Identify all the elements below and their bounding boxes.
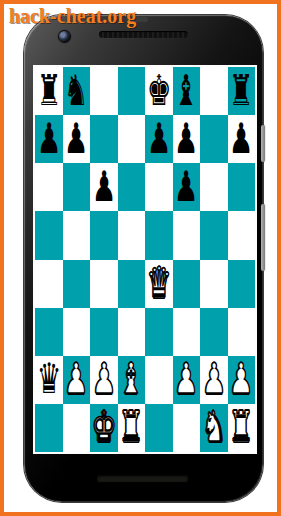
piece-white-queen[interactable]: ♛ bbox=[146, 263, 171, 305]
square-g6[interactable] bbox=[200, 163, 228, 211]
square-h7[interactable]: ♟ bbox=[228, 115, 256, 163]
square-d2[interactable]: ♝ bbox=[118, 356, 146, 404]
square-h2[interactable]: ♟ bbox=[228, 356, 256, 404]
square-b1[interactable] bbox=[63, 404, 91, 452]
piece-black-rook[interactable]: ♜ bbox=[229, 70, 254, 112]
square-e2[interactable] bbox=[145, 356, 173, 404]
piece-black-pawn[interactable]: ♟ bbox=[146, 118, 171, 160]
square-a4[interactable] bbox=[35, 260, 63, 308]
piece-white-king[interactable]: ♚ bbox=[91, 407, 116, 449]
square-e5[interactable] bbox=[145, 211, 173, 259]
power-button bbox=[261, 125, 265, 162]
square-a6[interactable] bbox=[35, 163, 63, 211]
square-d8[interactable] bbox=[118, 67, 146, 115]
square-f2[interactable]: ♟ bbox=[173, 356, 201, 404]
square-f5[interactable] bbox=[173, 211, 201, 259]
square-a3[interactable] bbox=[35, 308, 63, 356]
volume-button bbox=[261, 204, 265, 271]
square-c3[interactable] bbox=[90, 308, 118, 356]
square-b4[interactable] bbox=[63, 260, 91, 308]
piece-white-rook[interactable]: ♜ bbox=[119, 407, 144, 449]
square-c4[interactable] bbox=[90, 260, 118, 308]
piece-black-bishop[interactable]: ♝ bbox=[174, 70, 199, 112]
app-screen: ♜♞♚♝♜♟♟♟♟♟♟♟♛♛♟♟♝♟♟♟♚♜♞♜ bbox=[33, 65, 257, 454]
square-c8[interactable] bbox=[90, 67, 118, 115]
square-d7[interactable] bbox=[118, 115, 146, 163]
square-a7[interactable]: ♟ bbox=[35, 115, 63, 163]
square-c5[interactable] bbox=[90, 211, 118, 259]
square-h5[interactable] bbox=[228, 211, 256, 259]
square-g8[interactable] bbox=[200, 67, 228, 115]
front-camera bbox=[59, 31, 70, 42]
square-b7[interactable]: ♟ bbox=[63, 115, 91, 163]
square-b8[interactable]: ♞ bbox=[63, 67, 91, 115]
square-c1[interactable]: ♚ bbox=[90, 404, 118, 452]
piece-black-pawn[interactable]: ♟ bbox=[229, 118, 254, 160]
square-e1[interactable] bbox=[145, 404, 173, 452]
piece-white-pawn[interactable]: ♟ bbox=[91, 359, 116, 401]
square-h3[interactable] bbox=[228, 308, 256, 356]
square-b3[interactable] bbox=[63, 308, 91, 356]
piece-white-pawn[interactable]: ♟ bbox=[64, 359, 89, 401]
square-h8[interactable]: ♜ bbox=[228, 67, 256, 115]
square-b2[interactable]: ♟ bbox=[63, 356, 91, 404]
bottom-speaker bbox=[97, 475, 188, 482]
square-a2[interactable]: ♛ bbox=[35, 356, 63, 404]
square-f8[interactable]: ♝ bbox=[173, 67, 201, 115]
piece-black-pawn[interactable]: ♟ bbox=[36, 118, 61, 160]
square-g2[interactable]: ♟ bbox=[200, 356, 228, 404]
piece-black-king[interactable]: ♚ bbox=[146, 70, 171, 112]
square-c2[interactable]: ♟ bbox=[90, 356, 118, 404]
square-d3[interactable] bbox=[118, 308, 146, 356]
piece-white-pawn[interactable]: ♟ bbox=[174, 359, 199, 401]
square-c7[interactable] bbox=[90, 115, 118, 163]
phone-frame: ♜♞♚♝♜♟♟♟♟♟♟♟♛♛♟♟♝♟♟♟♚♜♞♜ bbox=[24, 15, 263, 502]
square-f1[interactable] bbox=[173, 404, 201, 452]
square-c6[interactable]: ♟ bbox=[90, 163, 118, 211]
square-f7[interactable]: ♟ bbox=[173, 115, 201, 163]
square-f3[interactable] bbox=[173, 308, 201, 356]
piece-black-pawn[interactable]: ♟ bbox=[174, 166, 199, 208]
square-h4[interactable] bbox=[228, 260, 256, 308]
piece-white-bishop[interactable]: ♝ bbox=[119, 359, 144, 401]
square-f4[interactable] bbox=[173, 260, 201, 308]
piece-black-pawn[interactable]: ♟ bbox=[91, 166, 116, 208]
piece-black-queen[interactable]: ♛ bbox=[36, 359, 61, 401]
piece-white-pawn[interactable]: ♟ bbox=[201, 359, 226, 401]
piece-black-pawn[interactable]: ♟ bbox=[64, 118, 89, 160]
square-h6[interactable] bbox=[228, 163, 256, 211]
square-e3[interactable] bbox=[145, 308, 173, 356]
square-d5[interactable] bbox=[118, 211, 146, 259]
square-g5[interactable] bbox=[200, 211, 228, 259]
square-g3[interactable] bbox=[200, 308, 228, 356]
earpiece-speaker bbox=[99, 31, 188, 38]
square-a5[interactable] bbox=[35, 211, 63, 259]
square-d1[interactable]: ♜ bbox=[118, 404, 146, 452]
square-f6[interactable]: ♟ bbox=[173, 163, 201, 211]
piece-black-rook[interactable]: ♜ bbox=[36, 70, 61, 112]
square-e6[interactable] bbox=[145, 163, 173, 211]
square-h1[interactable]: ♜ bbox=[228, 404, 256, 452]
square-b6[interactable] bbox=[63, 163, 91, 211]
square-b5[interactable] bbox=[63, 211, 91, 259]
piece-white-pawn[interactable]: ♟ bbox=[229, 359, 254, 401]
piece-black-pawn[interactable]: ♟ bbox=[174, 118, 199, 160]
square-e4[interactable]: ♛ bbox=[145, 260, 173, 308]
watermark: hack-cheat.org bbox=[9, 5, 136, 28]
square-g7[interactable] bbox=[200, 115, 228, 163]
square-a8[interactable]: ♜ bbox=[35, 67, 63, 115]
piece-white-knight[interactable]: ♞ bbox=[201, 407, 226, 449]
square-g4[interactable] bbox=[200, 260, 228, 308]
square-a1[interactable] bbox=[35, 404, 63, 452]
square-d4[interactable] bbox=[118, 260, 146, 308]
square-g1[interactable]: ♞ bbox=[200, 404, 228, 452]
page-background: hack-cheat.org ♜♞♚♝♜♟♟♟♟♟♟♟♛♛♟♟♝♟♟♟♚♜♞♜ bbox=[0, 0, 281, 516]
chess-board: ♜♞♚♝♜♟♟♟♟♟♟♟♛♛♟♟♝♟♟♟♚♜♞♜ bbox=[35, 67, 255, 452]
square-d6[interactable] bbox=[118, 163, 146, 211]
square-e7[interactable]: ♟ bbox=[145, 115, 173, 163]
square-e8[interactable]: ♚ bbox=[145, 67, 173, 115]
piece-white-rook[interactable]: ♜ bbox=[229, 407, 254, 449]
piece-black-knight[interactable]: ♞ bbox=[64, 70, 89, 112]
